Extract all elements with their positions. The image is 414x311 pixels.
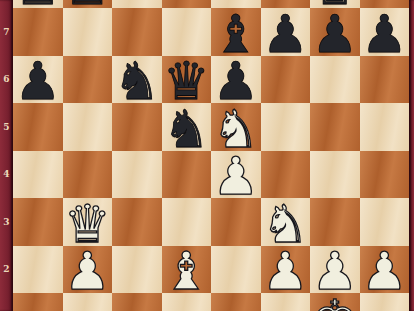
square-f8 <box>261 0 311 8</box>
square-g6 <box>310 56 360 104</box>
piece-black-queen-d6: ♛ <box>162 58 212 106</box>
rank-label-2: 2 <box>0 264 13 274</box>
piece-white-pawn-f2: ♟ <box>261 248 311 296</box>
square-e3 <box>211 198 261 246</box>
square-e1 <box>211 293 261 311</box>
square-g2: ♟ <box>310 246 360 294</box>
piece-black-bishop-e7: ♝ <box>211 10 261 58</box>
square-a3 <box>13 198 63 246</box>
square-f1 <box>261 293 311 311</box>
square-h6 <box>360 56 410 104</box>
square-a5 <box>13 103 63 151</box>
square-g5 <box>310 103 360 151</box>
square-b8: ♜ <box>63 0 113 8</box>
square-b6 <box>63 56 113 104</box>
piece-white-king-g1: ♚ <box>310 295 360 311</box>
square-c3 <box>112 198 162 246</box>
square-h5 <box>360 103 410 151</box>
square-d1 <box>162 293 212 311</box>
square-f7: ♟ <box>261 8 311 56</box>
square-g4 <box>310 151 360 199</box>
square-g8: ♚ <box>310 0 360 8</box>
square-c4 <box>112 151 162 199</box>
square-b1 <box>63 293 113 311</box>
square-e2 <box>211 246 261 294</box>
square-a8: ♜ <box>13 0 63 8</box>
square-d4 <box>162 151 212 199</box>
piece-black-knight-c6: ♞ <box>112 58 162 106</box>
square-h7: ♟ <box>360 8 410 56</box>
square-e4: ♟ <box>211 151 261 199</box>
rank-label-4: 4 <box>0 169 13 179</box>
square-e7: ♝ <box>211 8 261 56</box>
piece-black-knight-d5: ♞ <box>162 105 212 153</box>
square-d8 <box>162 0 212 8</box>
chess-board: ♜♜♚♝♟♟♟♟♞♛♟♞♞♟♛♞♟♝♟♟♟♚ <box>13 0 409 311</box>
square-f3: ♞ <box>261 198 311 246</box>
piece-white-pawn-g2: ♟ <box>310 248 360 296</box>
square-c5 <box>112 103 162 151</box>
square-h3 <box>360 198 410 246</box>
square-a1 <box>13 293 63 311</box>
square-a7 <box>13 8 63 56</box>
square-h8 <box>360 0 410 8</box>
square-b7 <box>63 8 113 56</box>
square-f2: ♟ <box>261 246 311 294</box>
piece-black-pawn-a6: ♟ <box>13 58 63 106</box>
square-d2: ♝ <box>162 246 212 294</box>
square-e6: ♟ <box>211 56 261 104</box>
board-frame-left: 765432 <box>0 0 13 311</box>
piece-white-knight-e5: ♞ <box>211 105 261 153</box>
square-c6: ♞ <box>112 56 162 104</box>
square-c8 <box>112 0 162 8</box>
square-h1 <box>360 293 410 311</box>
piece-black-pawn-g7: ♟ <box>310 10 360 58</box>
square-a4 <box>13 151 63 199</box>
square-a2 <box>13 246 63 294</box>
square-f6 <box>261 56 311 104</box>
piece-white-bishop-d2: ♝ <box>162 248 212 296</box>
piece-white-pawn-b2: ♟ <box>63 248 113 296</box>
square-a6: ♟ <box>13 56 63 104</box>
piece-white-pawn-h2: ♟ <box>360 248 410 296</box>
piece-black-pawn-f7: ♟ <box>261 10 311 58</box>
square-d3 <box>162 198 212 246</box>
square-g7: ♟ <box>310 8 360 56</box>
square-c7 <box>112 8 162 56</box>
square-h2: ♟ <box>360 246 410 294</box>
square-c2 <box>112 246 162 294</box>
square-f5 <box>261 103 311 151</box>
square-d5: ♞ <box>162 103 212 151</box>
square-g1: ♚ <box>310 293 360 311</box>
square-b3: ♛ <box>63 198 113 246</box>
square-c1 <box>112 293 162 311</box>
rank-label-3: 3 <box>0 217 13 227</box>
square-d7 <box>162 8 212 56</box>
square-h4 <box>360 151 410 199</box>
board-frame-right <box>409 0 414 311</box>
piece-white-queen-b3: ♛ <box>63 200 113 248</box>
square-e5: ♞ <box>211 103 261 151</box>
square-b5 <box>63 103 113 151</box>
chess-diagram: ♜♜♚♝♟♟♟♟♞♛♟♞♞♟♛♞♟♝♟♟♟♚ 765432 <box>0 0 414 311</box>
rank-label-7: 7 <box>0 27 13 37</box>
piece-black-pawn-e6: ♟ <box>211 58 261 106</box>
piece-white-pawn-e4: ♟ <box>211 153 261 201</box>
piece-black-pawn-h7: ♟ <box>360 10 410 58</box>
square-b4 <box>63 151 113 199</box>
square-e8 <box>211 0 261 8</box>
square-b2: ♟ <box>63 246 113 294</box>
rank-label-6: 6 <box>0 74 13 84</box>
square-d6: ♛ <box>162 56 212 104</box>
square-g3 <box>310 198 360 246</box>
square-f4 <box>261 151 311 199</box>
rank-label-5: 5 <box>0 122 13 132</box>
piece-white-knight-f3: ♞ <box>261 200 311 248</box>
